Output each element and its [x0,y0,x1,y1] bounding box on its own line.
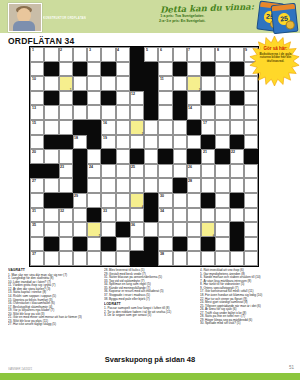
grid-cell[interactable] [44,47,58,62]
blocked-cell [173,62,187,77]
answer-coupon-note: Svarskupong på sidan 48 [0,355,300,364]
grid-cell[interactable] [215,62,229,77]
clue-number: 10 [32,77,36,81]
grid-cell[interactable] [87,237,101,252]
blocked-cell [101,149,115,164]
clues-middle-column: 28. Blev levererat till kuliss (5)29. Ge… [104,268,197,356]
clue-number: 28 [188,179,192,183]
grid-cell[interactable] [59,251,73,266]
grid-cell[interactable] [101,178,115,193]
grid-cell[interactable] [158,237,172,252]
clue-item: 30. Spelade med sitt stuk? (5) [200,321,296,325]
blocked-cell [187,120,201,135]
blocked-cell [87,135,101,150]
grid-cell[interactable] [244,105,258,120]
grid-cell[interactable] [101,193,115,208]
blocked-cell [130,76,144,91]
grid-cell[interactable]: 15 [30,120,44,135]
blocked-cell [187,149,201,164]
blocked-cell [144,105,158,120]
grid-cell[interactable] [144,149,158,164]
clue-number: 19 [103,136,107,140]
grid-cell[interactable]: 19 [101,135,115,150]
grid-cell[interactable]: 23 [59,164,73,179]
grid-cell[interactable]: 26 [187,164,201,179]
grid-cell[interactable] [87,251,101,266]
grid-cell[interactable] [101,222,115,237]
grid-cell[interactable] [59,178,73,193]
blocked-cell [73,62,87,77]
clue-list-title: LODRÄTT [104,301,197,305]
grid-cell[interactable] [244,120,258,135]
blocked-cell [215,149,229,164]
blocked-cell [73,149,87,164]
blocked-cell [144,193,158,208]
clue-list-title: VÅGRÄTT [8,268,101,272]
blocked-cell [230,222,244,237]
clue-number: 34 [160,209,164,213]
clue-number: 13 [32,106,36,110]
grid-cell[interactable] [215,237,229,252]
grid-cell[interactable] [116,178,130,193]
grid-cell[interactable] [201,105,215,120]
clue-number: 26 [188,165,192,169]
howto-body: Bokstäverna i de gula rutorna bildar här… [254,52,297,63]
grid-cell[interactable] [116,105,130,120]
grid-cell[interactable] [215,222,229,237]
clue-number: 25 [131,165,135,169]
blocked-cell [158,149,172,164]
blocked-cell [173,178,187,193]
clue-number: 15 [32,121,36,125]
grid-cell[interactable] [44,149,58,164]
blocked-cell [30,164,44,179]
grid-cell[interactable] [130,105,144,120]
grid-cell[interactable]: 31 [30,208,44,223]
footer-green-bar [0,373,300,380]
grid-cell[interactable] [173,251,187,266]
grid-cell[interactable] [244,193,258,208]
lottery-ticket: 25 [271,3,299,34]
grid-cell[interactable] [215,91,229,106]
blocked-cell [244,149,258,164]
yellow-competition-cell[interactable]: 5 [87,222,101,237]
grid-cell[interactable] [59,222,73,237]
grid-cell[interactable]: 10 [30,76,44,91]
grid-cell[interactable] [59,149,73,164]
grid-cell[interactable] [87,76,101,91]
blocked-cell [130,149,144,164]
grid-cell[interactable] [101,164,115,179]
grid-cell[interactable]: 21 [201,149,215,164]
blocked-cell [144,91,158,106]
grid-cell[interactable]: 7 [187,47,201,62]
clue-number: 21 [203,150,207,154]
blocked-cell [144,237,158,252]
grid-cell[interactable] [187,237,201,252]
clue-number: 27 [32,179,36,183]
clue-number: 6 [160,48,162,52]
grid-cell[interactable] [187,135,201,150]
grid-cell[interactable] [187,193,201,208]
clue-number: 20 [32,150,36,154]
blocked-cell [44,193,58,208]
clue-number: 5 [146,48,148,52]
grid-cell[interactable] [44,120,58,135]
howto-title: Gör så här: [254,46,297,51]
grid-cell[interactable] [116,193,130,208]
grid-cell[interactable]: 2 [59,47,73,62]
grid-cell[interactable] [215,105,229,120]
clue-number: 12 [131,92,135,96]
grid-cell[interactable] [44,76,58,91]
blocked-cell [101,62,115,77]
grid-cell[interactable] [101,47,115,62]
grid-cell[interactable] [215,208,229,223]
page-title: ORDFLÄTAN 34 [8,36,74,46]
clue-item: 38. Bygga med påle eller björk (7) [104,296,197,300]
clue-number: 31 [32,209,36,213]
grid-cell[interactable] [44,105,58,120]
yellow-competition-cell[interactable]: 1 [59,76,73,91]
clue-number: 16 [103,121,107,125]
grid-cell[interactable]: 35 [30,222,44,237]
clue-number: 17 [203,121,207,125]
grid-cell[interactable] [244,135,258,150]
grid-cell[interactable] [187,62,201,77]
grid-cell[interactable]: 22 [230,149,244,164]
grid-cell[interactable]: 14 [187,105,201,120]
grid-cell[interactable] [87,62,101,77]
blocked-cell [130,47,144,62]
photo-shoulders [13,21,35,31]
grid-cell[interactable] [173,120,187,135]
blocked-cell [73,120,87,135]
grid-cell[interactable]: 32 [59,208,73,223]
grid-cell[interactable] [101,251,115,266]
grid-cell[interactable] [173,164,187,179]
blocked-cell [173,91,187,106]
grid-cell[interactable]: 38 [158,251,172,266]
clue-number: 33 [103,209,107,213]
grid-cell[interactable]: 34 [158,208,172,223]
blocked-cell [144,62,158,77]
grid-cell[interactable] [230,208,244,223]
blocked-cell [230,237,244,252]
blocked-cell [44,62,58,77]
grid-cell[interactable] [230,251,244,266]
clue-number: 36 [131,223,135,227]
grid-cell[interactable] [116,120,130,135]
grid-cell[interactable] [187,208,201,223]
blocked-cell [173,105,187,120]
blocked-cell [73,164,87,179]
grid-cell[interactable] [87,105,101,120]
grid-cell[interactable] [44,208,58,223]
grid-cell[interactable]: 8 [215,47,229,62]
page-number: 51 [289,365,294,370]
crossword-grid[interactable]: 1234567891011121213141516317181920212223… [29,46,259,267]
clue-number: 7 [188,48,190,52]
grid-cell[interactable] [130,135,144,150]
grid-cell[interactable] [173,135,187,150]
grid-cell[interactable] [173,222,187,237]
blocked-cell [73,91,87,106]
grid-cell[interactable] [116,62,130,77]
grid-cell[interactable] [44,178,58,193]
grid-cell[interactable] [144,222,158,237]
blocked-cell [201,237,215,252]
grid-cell[interactable] [87,149,101,164]
grid-cell[interactable] [201,47,215,62]
clue-number: 24 [89,165,93,169]
grid-cell[interactable] [87,178,101,193]
grid-cell[interactable] [101,105,115,120]
grid-cell[interactable] [158,62,172,77]
blocked-cell [44,135,58,150]
grid-cell[interactable]: 17 [201,120,215,135]
grid-cell[interactable] [116,164,130,179]
grid-cell[interactable]: 30 [158,193,172,208]
grid-cell[interactable] [116,135,130,150]
grid-cell[interactable] [73,105,87,120]
blocked-cell [87,208,101,223]
blocked-cell [59,193,73,208]
grid-cell[interactable] [173,76,187,91]
blocked-cell [230,135,244,150]
grid-cell[interactable] [173,47,187,62]
grid-cell[interactable] [59,120,73,135]
grid-cell[interactable] [44,222,58,237]
grid-cell[interactable]: 12 [130,91,144,106]
clue-number: 8 [217,48,219,52]
clue-number: 35 [32,223,36,227]
grid-cell[interactable] [201,164,215,179]
blocked-cell [230,91,244,106]
grid-cell[interactable] [173,149,187,164]
grid-cell[interactable]: 33 [101,208,115,223]
grid-cell[interactable] [87,193,101,208]
clue-number: 23 [60,165,64,169]
grid-cell[interactable] [30,62,44,77]
grid-cell[interactable] [73,208,87,223]
grid-cell[interactable]: 3 [87,47,101,62]
grid-cell[interactable] [59,91,73,106]
grid-cell[interactable]: 28 [187,178,201,193]
grid-cell[interactable] [187,222,201,237]
grid-cell[interactable]: 29 [73,193,87,208]
grid-cell[interactable] [244,251,258,266]
yellow-competition-cell[interactable]: 4 [130,193,144,208]
blocked-cell [130,62,144,77]
prize-line-2: 2:a–3:e pris: En Sverigelott. [152,19,213,24]
clue-number: 9 [245,48,247,52]
grid-cell[interactable]: 11 [158,76,172,91]
coin-icon [285,20,295,30]
yellow-competition-cell[interactable]: 6 [201,222,215,237]
grid-cell[interactable] [230,178,244,193]
grid-cell[interactable] [101,76,115,91]
grid-cell[interactable] [201,251,215,266]
grid-cell[interactable] [187,251,201,266]
grid-cell[interactable] [130,237,144,252]
grid-cell[interactable] [30,193,44,208]
grid-cell[interactable] [73,251,87,266]
grid-cell[interactable]: 27 [30,178,44,193]
grid-cell[interactable]: 13 [30,105,44,120]
blocked-cell [101,237,115,252]
clue-item: 27. Har icke ansett tagligt skägg (5) [8,322,101,326]
grid-cell[interactable] [244,208,258,223]
grid-cell[interactable] [244,164,258,179]
grid-cell[interactable] [30,237,44,252]
grid-cell[interactable]: 24 [87,164,101,179]
grid-cell[interactable] [230,76,244,91]
grid-cell[interactable] [158,120,172,135]
prize-header-band: KONSTRUKTÖR ORDFLÄTAN Detta kan du vinna… [0,0,300,33]
blocked-cell [44,237,58,252]
grid-cell[interactable]: 5 [144,47,158,62]
grid-cell[interactable] [215,178,229,193]
blocked-cell [59,135,73,150]
grid-cell[interactable] [201,76,215,91]
grid-cell[interactable] [215,164,229,179]
grid-cell[interactable] [116,251,130,266]
grid-cell[interactable] [158,222,172,237]
blocked-cell [116,222,130,237]
blocked-cell [130,251,144,266]
grid-cell[interactable]: 1 [30,47,44,62]
grid-cell[interactable] [144,135,158,150]
clue-number: 30 [160,194,164,198]
grid-cell[interactable] [73,76,87,91]
grid-cell[interactable] [44,251,58,266]
grid-cell[interactable] [144,178,158,193]
grid-cell[interactable] [201,178,215,193]
grid-cell[interactable]: 6 [158,47,172,62]
grid-cell[interactable] [244,237,258,252]
blocked-cell [73,178,87,193]
grid-cell[interactable]: 16 [101,120,115,135]
grid-cell[interactable] [173,193,187,208]
grid-cell[interactable] [230,105,244,120]
blocked-cell [144,76,158,91]
grid-cell[interactable] [130,178,144,193]
grid-cell[interactable] [244,222,258,237]
clue-number: 29 [74,194,78,198]
grid-cell[interactable]: 18 [73,135,87,150]
clues-across-column-1: VÅGRÄTT1. Man slår ner sina där man slår… [8,268,101,356]
clue-number: 14 [188,106,192,110]
grid-cell[interactable] [73,222,87,237]
grid-cell[interactable] [144,120,158,135]
photo-caption: KONSTRUKTÖR ORDFLÄTAN [43,16,163,23]
grid-cell[interactable] [215,135,229,150]
grid-cell[interactable] [158,178,172,193]
grid-cell[interactable] [116,91,130,106]
clue-number: 3 [89,48,91,52]
grid-cell[interactable]: 25 [130,164,144,179]
grid-cell[interactable] [116,208,130,223]
clue-number: 22 [231,150,235,154]
grid-cell[interactable] [201,208,215,223]
clues-down-column: 4. Rätt invecklad att sno ihop (6)5. Går… [200,268,296,356]
grid-cell[interactable] [130,208,144,223]
constructor-photo [8,3,42,32]
grid-cell[interactable] [187,91,201,106]
grid-cell[interactable] [116,149,130,164]
grid-cell[interactable] [215,193,229,208]
grid-cell[interactable] [158,135,172,150]
blocked-cell [101,91,115,106]
grid-cell[interactable] [73,47,87,62]
blocked-cell [44,164,58,179]
howto-starburst: Gör så här: Bokstäverna i de gula rutorn… [249,36,300,86]
clue-number: 18 [74,136,78,140]
grid-cell[interactable] [87,91,101,106]
blocked-cell [201,91,215,106]
grid-cell[interactable] [173,208,187,223]
grid-cell[interactable] [244,91,258,106]
grid-cell[interactable] [30,91,44,106]
grid-cell[interactable] [116,76,130,91]
grid-cell[interactable] [215,76,229,91]
blocked-cell [201,193,215,208]
clue-number: 38 [160,252,164,256]
blocked-cell [230,193,244,208]
grid-cell[interactable] [59,62,73,77]
grid-cell[interactable] [158,105,172,120]
grid-cell[interactable]: 37 [30,251,44,266]
blocked-cell [73,237,87,252]
grid-cell[interactable] [230,120,244,135]
grid-cell[interactable] [30,135,44,150]
blocked-cell [144,251,158,266]
grid-cell[interactable] [158,91,172,106]
blocked-cell [173,237,187,252]
blocked-cell [230,62,244,77]
grid-cell[interactable] [244,178,258,193]
grid-cell[interactable] [59,237,73,252]
clue-number: 11 [160,77,164,81]
clue-number: 32 [60,209,64,213]
grid-cell[interactable] [116,237,130,252]
grid-cell[interactable] [215,251,229,266]
blocked-cell [44,91,58,106]
yellow-competition-cell[interactable]: 2 [187,76,201,91]
grid-cell[interactable] [144,164,158,179]
clue-item: 3. De är segare som ger senast (5) [104,313,197,317]
clue-number: 1 [32,48,34,52]
clue-number: 2 [60,48,62,52]
grid-cell[interactable] [215,120,229,135]
blocked-cell [201,62,215,77]
clue-number: 37 [32,252,36,256]
blocked-cell [201,135,215,150]
grid-cell[interactable]: 4 [116,47,130,62]
blocked-cell [87,120,101,135]
grid-cell[interactable] [59,105,73,120]
grid-cell[interactable]: 36 [130,222,144,237]
grid-cell[interactable] [230,47,244,62]
grid-cell[interactable]: 20 [30,149,44,164]
grid-cell[interactable] [230,164,244,179]
clue-number: 4 [117,48,119,52]
yellow-competition-cell[interactable]: 3 [130,120,144,135]
blocked-cell [144,208,158,223]
grid-cell[interactable] [158,164,172,179]
